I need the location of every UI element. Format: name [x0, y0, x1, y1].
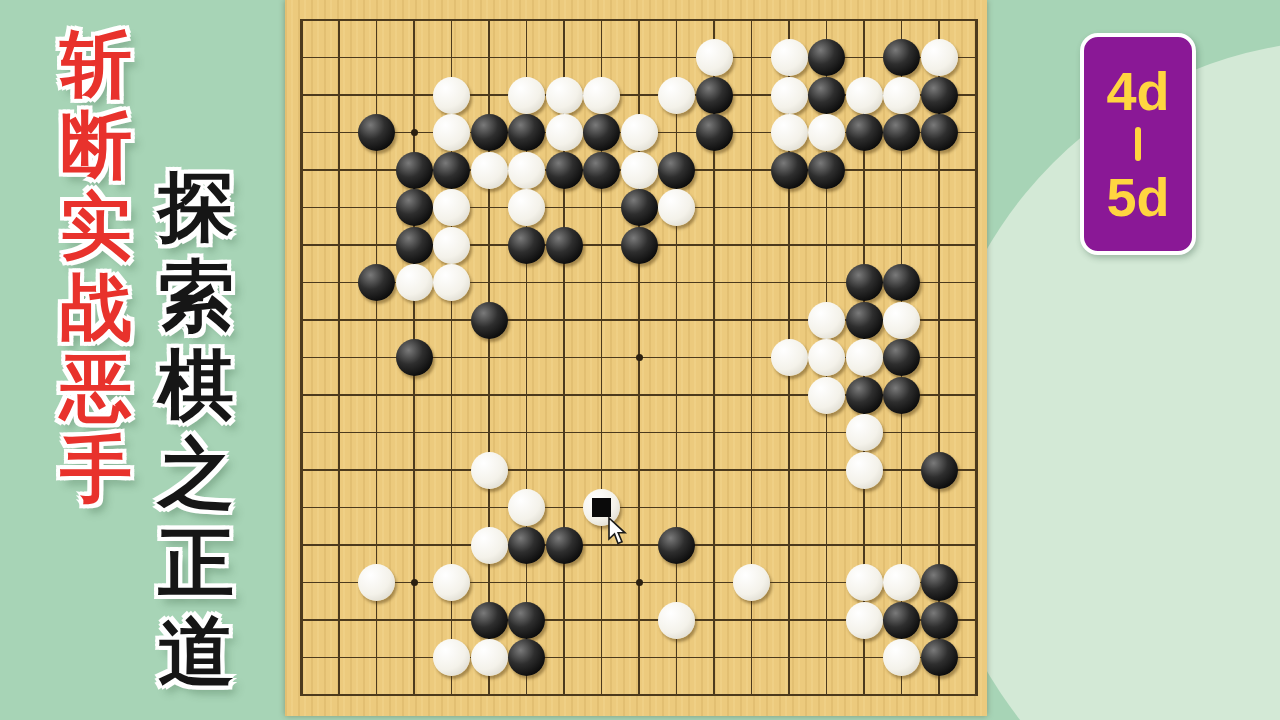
headline-char: 正 — [148, 518, 244, 607]
stone-white — [508, 489, 545, 526]
stone-black — [546, 527, 583, 564]
stone-white — [508, 77, 545, 114]
stone-black — [583, 152, 620, 189]
stone-black — [508, 227, 545, 264]
star-point — [636, 579, 643, 586]
stone-black — [508, 602, 545, 639]
stone-white — [621, 114, 658, 151]
stone-black — [771, 152, 808, 189]
headline-char: 棋 — [148, 340, 244, 429]
grid-line-vertical — [676, 19, 678, 696]
stone-white — [658, 77, 695, 114]
stone-white — [546, 77, 583, 114]
headline-char: 之 — [148, 429, 244, 518]
stone-black — [508, 639, 545, 676]
headline-char: 断 — [48, 105, 144, 186]
stone-black — [471, 114, 508, 151]
stone-white — [771, 39, 808, 76]
stone-white — [883, 564, 920, 601]
rank-badge-separator — [1135, 127, 1141, 161]
stone-black — [658, 152, 695, 189]
stone-white — [846, 77, 883, 114]
headline-char: 探 — [148, 162, 244, 251]
headline-char: 索 — [148, 251, 244, 340]
stone-black — [396, 339, 433, 376]
stone-black — [883, 339, 920, 376]
stone-black — [471, 602, 508, 639]
headline-char: 手 — [48, 429, 144, 510]
stone-white — [771, 339, 808, 376]
stone-white — [846, 564, 883, 601]
stone-white — [846, 452, 883, 489]
headline-vertical-black: 探索棋之正道 — [148, 162, 244, 696]
stone-white — [433, 77, 470, 114]
stone-white — [471, 152, 508, 189]
stone-white — [433, 564, 470, 601]
stone-white — [508, 152, 545, 189]
stone-white — [696, 39, 733, 76]
stone-black — [846, 377, 883, 414]
stone-black — [621, 189, 658, 226]
stone-white — [733, 564, 770, 601]
stone-white — [471, 527, 508, 564]
stone-black — [696, 114, 733, 151]
stone-white — [846, 339, 883, 376]
stone-black — [883, 602, 920, 639]
headline-vertical-red: 斩断实战恶手 — [48, 24, 144, 510]
stone-black — [471, 302, 508, 339]
grid-line-horizontal — [301, 544, 978, 546]
go-board[interactable] — [285, 0, 987, 716]
stone-black — [921, 77, 958, 114]
grid-line-horizontal — [301, 507, 978, 509]
stone-black — [546, 152, 583, 189]
grid-line-horizontal — [301, 657, 978, 659]
stone-white — [471, 452, 508, 489]
stone-white — [396, 264, 433, 301]
stone-white — [433, 227, 470, 264]
stone-black — [921, 114, 958, 151]
stone-black — [433, 152, 470, 189]
stone-white — [771, 77, 808, 114]
stone-black — [658, 527, 695, 564]
stone-black — [883, 39, 920, 76]
stone-white — [433, 189, 470, 226]
headline-char: 战 — [48, 267, 144, 348]
stone-black — [846, 302, 883, 339]
stone-black — [508, 114, 545, 151]
stone-white — [808, 377, 845, 414]
rank-badge: 4d 5d — [1080, 33, 1196, 255]
stone-white — [808, 114, 845, 151]
stone-black — [621, 227, 658, 264]
stone-black — [883, 377, 920, 414]
stone-white — [471, 639, 508, 676]
stone-black — [396, 152, 433, 189]
stone-white — [433, 639, 470, 676]
stone-white — [358, 564, 395, 601]
stone-black — [808, 39, 845, 76]
rank-badge-top-label: 4d — [1106, 62, 1169, 120]
mouse-cursor-icon — [607, 517, 629, 547]
headline-char: 实 — [48, 186, 144, 267]
stone-black — [396, 189, 433, 226]
stone-black — [921, 639, 958, 676]
stone-white — [808, 339, 845, 376]
stone-white — [921, 39, 958, 76]
headline-char: 恶 — [48, 348, 144, 429]
headline-char: 道 — [148, 607, 244, 696]
stone-black — [508, 527, 545, 564]
stone-black — [846, 114, 883, 151]
stone-black — [546, 227, 583, 264]
stone-white — [433, 264, 470, 301]
stone-white — [846, 602, 883, 639]
stone-black — [883, 114, 920, 151]
stone-black — [808, 77, 845, 114]
stone-white — [883, 77, 920, 114]
stone-black — [921, 564, 958, 601]
stone-black — [921, 602, 958, 639]
stone-black — [396, 227, 433, 264]
grid-line-vertical — [975, 19, 978, 696]
stone-black — [696, 77, 733, 114]
stone-white — [846, 414, 883, 451]
headline-char: 斩 — [48, 24, 144, 105]
star-point — [411, 579, 418, 586]
stone-black — [883, 264, 920, 301]
rank-badge-bottom-label: 5d — [1106, 168, 1169, 226]
stone-white — [658, 189, 695, 226]
stone-black — [921, 452, 958, 489]
stone-white — [771, 114, 808, 151]
move-preview-square — [592, 498, 611, 517]
stone-white — [583, 77, 620, 114]
stone-black — [358, 114, 395, 151]
stone-white — [808, 302, 845, 339]
stone-white — [883, 302, 920, 339]
stone-white — [883, 639, 920, 676]
star-point — [636, 354, 643, 361]
stone-white — [546, 114, 583, 151]
stone-black — [846, 264, 883, 301]
stone-white — [621, 152, 658, 189]
stone-white — [658, 602, 695, 639]
screenshot-root: 斩断实战恶手 探索棋之正道 4d 5d — [0, 0, 1280, 720]
star-point — [411, 129, 418, 136]
stone-white — [433, 114, 470, 151]
stone-white — [508, 189, 545, 226]
stone-black — [358, 264, 395, 301]
stone-black — [583, 114, 620, 151]
stone-black — [808, 152, 845, 189]
grid-line-horizontal — [301, 694, 978, 697]
